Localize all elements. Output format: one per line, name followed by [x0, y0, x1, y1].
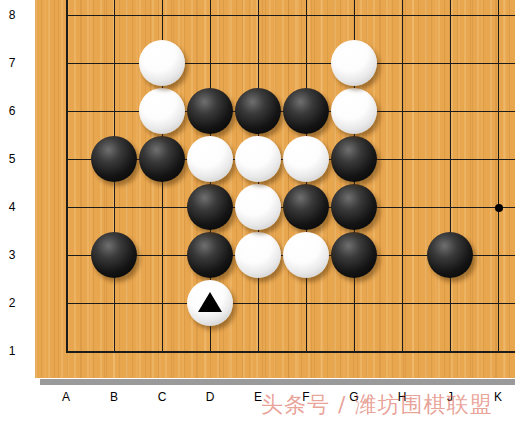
stone-black-E6	[235, 88, 281, 134]
stone-black-C5	[139, 136, 185, 182]
stone-white-E4	[235, 184, 281, 230]
stone-white-E5	[235, 136, 281, 182]
stone-white-D5	[187, 136, 233, 182]
board-bottom-shadow	[40, 379, 515, 385]
triangle-mark-D2	[198, 292, 222, 312]
stone-white-G6	[331, 88, 377, 134]
row-label-4: 4	[0, 200, 24, 214]
stone-black-B5	[91, 136, 137, 182]
go-diagram: 87654321ABCDEFGHJK 头条号 / 潍坊围棋联盟	[0, 0, 515, 422]
grid-hline-2	[66, 303, 515, 304]
stone-white-D2	[187, 280, 233, 326]
stone-white-C7	[139, 40, 185, 86]
star-point-K4	[495, 204, 503, 212]
grid-vline-K	[498, 0, 499, 353]
stone-white-F3	[283, 232, 329, 278]
stone-black-D6	[187, 88, 233, 134]
row-label-1: 1	[0, 344, 24, 358]
grid-vline-A	[66, 0, 68, 353]
grid-hline-8	[66, 15, 515, 16]
stone-white-F5	[283, 136, 329, 182]
stone-black-F4	[283, 184, 329, 230]
row-label-6: 6	[0, 104, 24, 118]
col-label-D: D	[200, 390, 220, 404]
stone-white-C6	[139, 88, 185, 134]
stone-black-B3	[91, 232, 137, 278]
stone-white-E3	[235, 232, 281, 278]
stone-black-G3	[331, 232, 377, 278]
stone-black-G5	[331, 136, 377, 182]
row-label-3: 3	[0, 248, 24, 262]
col-label-B: B	[104, 390, 124, 404]
grid-hline-1	[66, 351, 515, 353]
stone-black-D3	[187, 232, 233, 278]
row-label-2: 2	[0, 296, 24, 310]
stone-black-G4	[331, 184, 377, 230]
watermark-text: 头条号 / 潍坊围棋联盟	[261, 390, 492, 420]
stone-white-G7	[331, 40, 377, 86]
row-label-7: 7	[0, 56, 24, 70]
stone-black-D4	[187, 184, 233, 230]
stone-black-F6	[283, 88, 329, 134]
grid-vline-J	[450, 0, 451, 353]
col-label-C: C	[152, 390, 172, 404]
go-board	[35, 0, 515, 378]
grid-vline-H	[402, 0, 403, 353]
grid-hline-7	[66, 63, 515, 64]
col-label-A: A	[56, 390, 76, 404]
row-label-8: 8	[0, 8, 24, 22]
row-label-5: 5	[0, 152, 24, 166]
stone-black-J3	[427, 232, 473, 278]
